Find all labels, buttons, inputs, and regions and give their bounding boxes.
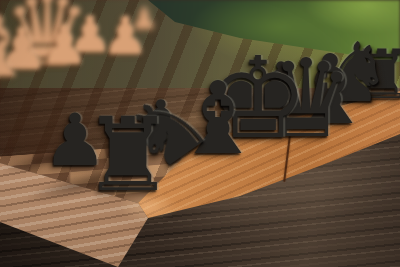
chess-photo-scene: ♜♟♟♞♝♚♟♛♝♞♜♝♟♛♟♟♟♟ bbox=[0, 0, 400, 267]
board-frame-corner-highlight bbox=[118, 192, 178, 222]
